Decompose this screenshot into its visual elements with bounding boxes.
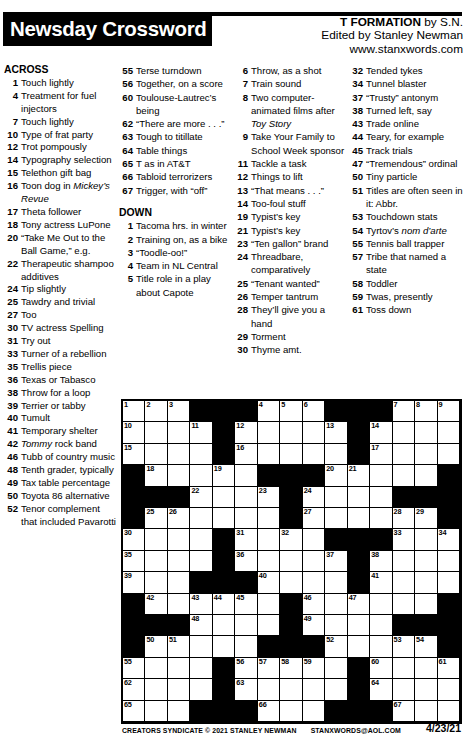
- grid-cell[interactable]: [325, 572, 347, 593]
- cell-number: 52: [326, 636, 334, 645]
- grid-cell[interactable]: [213, 615, 235, 636]
- across-header: ACROSS: [4, 64, 116, 77]
- grid-cell-black: [348, 701, 370, 722]
- grid-cell[interactable]: 51: [168, 636, 190, 657]
- grid-cell[interactable]: [370, 508, 392, 529]
- grid-cell[interactable]: [168, 701, 190, 722]
- cell-number: 58: [281, 658, 289, 667]
- grid-cell[interactable]: [213, 636, 235, 657]
- grid-cell[interactable]: [393, 551, 415, 572]
- grid-cell[interactable]: [235, 508, 257, 529]
- grid-cell-black: [370, 401, 392, 422]
- grid-cell[interactable]: 10: [123, 422, 145, 443]
- grid-cell[interactable]: 45: [235, 594, 257, 615]
- grid-cell[interactable]: 61: [438, 658, 460, 679]
- grid-cell[interactable]: 31: [235, 529, 257, 550]
- grid-cell[interactable]: 35: [123, 551, 145, 572]
- grid-cell[interactable]: 7: [393, 401, 415, 422]
- grid-cell-black: [123, 508, 145, 529]
- clue-text: Tribe that named a state: [366, 250, 463, 277]
- grid-cell-black: [280, 594, 302, 615]
- clue-across-66: 66Tabloid terrorizers: [119, 170, 231, 183]
- grid-cell[interactable]: [415, 551, 437, 572]
- grid-cell[interactable]: 46: [303, 594, 325, 615]
- grid-cell[interactable]: [393, 594, 415, 615]
- clue-down-59: 59Twas, presently: [349, 290, 463, 303]
- clue-number: 4: [119, 259, 136, 272]
- down-header: DOWN: [119, 206, 231, 219]
- grid-cell[interactable]: [370, 465, 392, 486]
- clue-text: Too-foul stuff: [251, 197, 346, 210]
- cell-number: 32: [281, 529, 289, 538]
- grid-cell-black: [168, 487, 190, 508]
- grid-cell[interactable]: 67: [393, 701, 415, 722]
- grid-cell[interactable]: 29: [415, 508, 437, 529]
- grid-cell[interactable]: [438, 701, 460, 722]
- clue-down-11: 11Tackle a task: [234, 157, 346, 170]
- grid-cell[interactable]: [325, 658, 347, 679]
- clue-text: Take Your Family to School Week sponsor: [251, 130, 346, 157]
- grid-cell[interactable]: [190, 529, 212, 550]
- clue-down-24: 24Threadbare, comparatively: [234, 250, 346, 277]
- clue-number: 53: [349, 210, 366, 223]
- clue-text: Tended tykes: [366, 64, 463, 77]
- clue-down-30: 30Thyme amt.: [234, 343, 346, 356]
- grid-cell[interactable]: 30: [123, 529, 145, 550]
- grid-cell[interactable]: 18: [145, 465, 167, 486]
- clue-text: Table things: [136, 144, 231, 157]
- clue-number: 65: [119, 157, 136, 170]
- clue-across-63: 63Tough to titillate: [119, 130, 231, 143]
- grid-cell[interactable]: [325, 444, 347, 465]
- grid-cell[interactable]: 1: [123, 401, 145, 422]
- grid-cell[interactable]: [168, 679, 190, 700]
- clue-down-43: 43Trade online: [349, 117, 463, 130]
- grid-cell[interactable]: 14: [370, 422, 392, 443]
- grid-cell[interactable]: 58: [280, 658, 302, 679]
- clue-text: Temper tantrum: [251, 290, 346, 303]
- grid-cell[interactable]: 25: [145, 508, 167, 529]
- clue-text: Touch lightly: [21, 116, 116, 129]
- grid-cell[interactable]: [213, 487, 235, 508]
- clue-across-62: 62“There are more . . .”: [119, 117, 231, 130]
- grid-cell[interactable]: 21: [348, 465, 370, 486]
- grid-cell[interactable]: [168, 594, 190, 615]
- grid-cell[interactable]: 4: [258, 401, 280, 422]
- clue-down-19: 19Typist’s key: [234, 210, 346, 223]
- cell-number: 4: [259, 401, 263, 410]
- grid-cell[interactable]: [280, 444, 302, 465]
- grid-cell[interactable]: 11: [190, 422, 212, 443]
- clue-across-46: 46Tubb of country music: [4, 451, 116, 464]
- clue-number: 21: [234, 224, 251, 237]
- grid-cell[interactable]: [168, 658, 190, 679]
- grid-cell[interactable]: [393, 465, 415, 486]
- cell-number: 53: [394, 636, 402, 645]
- cell-number: 61: [439, 658, 447, 667]
- grid-cell[interactable]: 59: [303, 658, 325, 679]
- masthead-title: Newsday Crossword: [10, 17, 207, 40]
- grid-cell[interactable]: [438, 679, 460, 700]
- clue-across-67: 67Trigger, with “off”: [119, 184, 231, 197]
- grid-cell[interactable]: 34: [438, 529, 460, 550]
- grid-cell[interactable]: 3: [168, 401, 190, 422]
- grid-cell[interactable]: 16: [235, 444, 257, 465]
- grid-cell-black: [190, 401, 212, 422]
- clue-text: Tax table percentage: [21, 477, 116, 490]
- cell-number: 19: [214, 465, 222, 474]
- cell-number: 24: [304, 487, 312, 496]
- grid-cell[interactable]: [145, 658, 167, 679]
- grid-cell[interactable]: [190, 551, 212, 572]
- clue-across-30: 30TV actress Spelling: [4, 322, 116, 335]
- grid-cell[interactable]: 40: [258, 572, 280, 593]
- grid-cell[interactable]: [348, 636, 370, 657]
- clue-number: 14: [4, 154, 21, 167]
- clue-number: 67: [119, 184, 136, 197]
- grid-cell[interactable]: 48: [190, 615, 212, 636]
- clue-across-60: 60Toulouse-Lautrec’s being: [119, 91, 231, 118]
- clue-number: 43: [349, 117, 366, 130]
- grid-cell[interactable]: [258, 422, 280, 443]
- clue-number: 12: [4, 141, 21, 154]
- grid-cell[interactable]: [438, 422, 460, 443]
- grid-cell[interactable]: [145, 529, 167, 550]
- clue-number: 23: [234, 237, 251, 250]
- clue-number: 22: [4, 258, 21, 284]
- grid-cell[interactable]: 17: [370, 444, 392, 465]
- grid-cell[interactable]: [258, 679, 280, 700]
- grid-cell[interactable]: [438, 572, 460, 593]
- clue-across-14: 14Typography selection: [4, 154, 116, 167]
- clue-across-22: 22Therapeutic shampoo additives: [4, 258, 116, 284]
- grid-cell[interactable]: [258, 508, 280, 529]
- grid-cell[interactable]: [415, 594, 437, 615]
- grid-cell[interactable]: [325, 508, 347, 529]
- cell-number: 26: [169, 508, 177, 517]
- clue-number: 25: [234, 277, 251, 290]
- grid-cell[interactable]: [303, 422, 325, 443]
- grid-cell[interactable]: 39: [123, 572, 145, 593]
- cell-number: 64: [371, 679, 379, 688]
- clue-down-25: 25“Tenant wanted”: [234, 277, 346, 290]
- grid-cell[interactable]: [370, 615, 392, 636]
- cell-number: 36: [236, 551, 244, 560]
- grid-cell[interactable]: [235, 465, 257, 486]
- grid-cell[interactable]: [280, 551, 302, 572]
- clue-number: 61: [349, 303, 366, 316]
- clue-text: Titles are often seen in it: Abbr.: [366, 184, 463, 211]
- grid-cell[interactable]: [280, 422, 302, 443]
- clue-number: 8: [234, 91, 251, 131]
- grid-cell[interactable]: [258, 594, 280, 615]
- grid-cell-black: [145, 615, 167, 636]
- grid-cell[interactable]: [393, 679, 415, 700]
- clue-number: 30: [234, 343, 251, 356]
- grid-cell[interactable]: 5: [280, 401, 302, 422]
- clue-across-12: 12Trot pompously: [4, 141, 116, 154]
- grid-cell[interactable]: 37: [325, 551, 347, 572]
- grid-cell[interactable]: 9: [438, 401, 460, 422]
- grid-cell[interactable]: [415, 658, 437, 679]
- clue-across-25: 25Tawdry and trivial: [4, 296, 116, 309]
- clue-number: 24: [234, 250, 251, 277]
- clue-across-31: 31Try out: [4, 335, 116, 348]
- grid-cell[interactable]: [415, 701, 437, 722]
- grid-cell-black: [415, 615, 437, 636]
- grid-cell[interactable]: [190, 465, 212, 486]
- grid-cell[interactable]: [280, 572, 302, 593]
- grid-cell[interactable]: [145, 422, 167, 443]
- grid-cell[interactable]: [393, 422, 415, 443]
- grid-cell[interactable]: [370, 487, 392, 508]
- grid-cell[interactable]: [325, 594, 347, 615]
- grid-cell[interactable]: [348, 508, 370, 529]
- grid-cell[interactable]: [303, 444, 325, 465]
- grid-cell[interactable]: [258, 551, 280, 572]
- clue-number: 35: [4, 361, 21, 374]
- grid-cell[interactable]: 63: [235, 679, 257, 700]
- grid-cell-black: [348, 658, 370, 679]
- clue-number: 20: [4, 232, 21, 258]
- grid-cell[interactable]: 19: [213, 465, 235, 486]
- grid-cell[interactable]: 53: [393, 636, 415, 657]
- clue-text: TV actress Spelling: [21, 322, 116, 335]
- cell-number: 65: [124, 701, 132, 710]
- grid-cell[interactable]: 15: [123, 444, 145, 465]
- grid-cell[interactable]: [258, 529, 280, 550]
- grid-cell-black: [235, 572, 257, 593]
- puzzle-byline: by S.N.: [421, 15, 463, 29]
- grid-cell[interactable]: [415, 679, 437, 700]
- grid-cell[interactable]: 32: [280, 529, 302, 550]
- clue-across-27: 27Too: [4, 309, 116, 322]
- grid-cell[interactable]: [280, 701, 302, 722]
- grid-cell[interactable]: [325, 487, 347, 508]
- grid-cell[interactable]: [168, 444, 190, 465]
- grid-cell[interactable]: [145, 572, 167, 593]
- grid-cell[interactable]: 65: [123, 701, 145, 722]
- cell-number: 42: [146, 594, 154, 603]
- grid-cell-black: [348, 422, 370, 443]
- grid-cell[interactable]: [393, 444, 415, 465]
- clue-text: Toddler: [366, 277, 463, 290]
- grid-cell-black: [348, 679, 370, 700]
- grid-cell[interactable]: 13: [325, 422, 347, 443]
- clue-column-down-1: 6Throw, as a shot7Train sound8Two comput…: [234, 64, 346, 397]
- clue-text: Tiny particle: [366, 170, 463, 183]
- cell-number: 6: [304, 401, 308, 410]
- grid-cell[interactable]: 44: [213, 594, 235, 615]
- grid-cell[interactable]: [190, 636, 212, 657]
- grid-cell[interactable]: 20: [325, 465, 347, 486]
- clue-across-56: 56Together, on a score: [119, 77, 231, 90]
- cell-number: 45: [236, 594, 244, 603]
- clue-across-64: 64Table things: [119, 144, 231, 157]
- grid-cell-black: [213, 444, 235, 465]
- cell-number: 44: [214, 594, 222, 603]
- grid-cell[interactable]: [168, 529, 190, 550]
- grid-cell[interactable]: [258, 615, 280, 636]
- clue-down-51: 51Titles are often seen in it: Abbr.: [349, 184, 463, 211]
- clue-number: 30: [4, 322, 21, 335]
- grid-cell[interactable]: [145, 551, 167, 572]
- grid-cell[interactable]: [415, 422, 437, 443]
- grid-cell-black: [168, 615, 190, 636]
- clue-number: 17: [4, 206, 21, 219]
- grid-cell[interactable]: 60: [370, 658, 392, 679]
- grid-cell[interactable]: 50: [145, 636, 167, 657]
- grid-cell[interactable]: 41: [370, 572, 392, 593]
- clue-down-4: 4Team in NL Central: [119, 259, 231, 272]
- grid-cell[interactable]: [190, 658, 212, 679]
- grid-cell[interactable]: [438, 444, 460, 465]
- grid-cell[interactable]: [235, 487, 257, 508]
- grid-cell[interactable]: [348, 615, 370, 636]
- clue-down-5: 5Title role in a play about Capote: [119, 272, 231, 299]
- grid-cell[interactable]: [235, 636, 257, 657]
- grid-cell[interactable]: 54: [415, 636, 437, 657]
- grid-cell[interactable]: 57: [258, 658, 280, 679]
- clue-number: 38: [349, 104, 366, 117]
- grid-cell[interactable]: [303, 701, 325, 722]
- grid-cell[interactable]: 43: [190, 594, 212, 615]
- grid-cell[interactable]: [145, 701, 167, 722]
- clue-number: 39: [4, 400, 21, 413]
- clue-down-28: 28They’ll give you a hand: [234, 303, 346, 330]
- clue-text: Type of frat party: [21, 129, 116, 142]
- grid-cell[interactable]: 8: [415, 401, 437, 422]
- grid-cell[interactable]: 2: [145, 401, 167, 422]
- clue-down-6: 6Throw, as a shot: [234, 64, 346, 77]
- grid-cell[interactable]: [303, 529, 325, 550]
- grid-cell[interactable]: 28: [393, 508, 415, 529]
- clue-number: 36: [4, 374, 21, 387]
- grid-cell-black: [213, 422, 235, 443]
- grid-cell[interactable]: [370, 594, 392, 615]
- grid-cell[interactable]: 49: [303, 615, 325, 636]
- grid-cell[interactable]: [145, 679, 167, 700]
- grid-cell[interactable]: [303, 551, 325, 572]
- clue-number: 62: [119, 117, 136, 130]
- clue-number: 5: [119, 272, 136, 299]
- clue-number: 4: [4, 90, 21, 116]
- grid-cell[interactable]: 52: [325, 636, 347, 657]
- grid-cell[interactable]: 55: [123, 658, 145, 679]
- grid-cell[interactable]: [370, 636, 392, 657]
- grid-cell[interactable]: [415, 572, 437, 593]
- grid-cell-black: [213, 679, 235, 700]
- grid-cell-black: [213, 658, 235, 679]
- grid-cell[interactable]: 12: [235, 422, 257, 443]
- grid-cell[interactable]: [348, 487, 370, 508]
- clue-text: Throw, as a shot: [251, 64, 346, 77]
- grid-cell[interactable]: [258, 444, 280, 465]
- grid-cell[interactable]: 22: [190, 487, 212, 508]
- clue-column-mixed: 55Terse turndown56Together, on a score60…: [119, 64, 231, 397]
- grid-cell[interactable]: [415, 465, 437, 486]
- grid-cell[interactable]: [190, 508, 212, 529]
- cell-number: 3: [169, 401, 173, 410]
- grid-cell[interactable]: [438, 551, 460, 572]
- grid-cell[interactable]: [168, 465, 190, 486]
- grid-cell[interactable]: 36: [235, 551, 257, 572]
- grid-cell[interactable]: 27: [303, 508, 325, 529]
- clue-text: Tony actress LuPone: [21, 219, 116, 232]
- grid-cell[interactable]: [235, 615, 257, 636]
- grid-cell[interactable]: [280, 679, 302, 700]
- grid-cell[interactable]: [325, 679, 347, 700]
- clue-number: 50: [349, 170, 366, 183]
- crossword-grid: 1234567891011121314151617181920212223242…: [121, 399, 462, 724]
- clue-text: Throw for a loop: [21, 387, 116, 400]
- grid-cell[interactable]: 42: [145, 594, 167, 615]
- grid-cell[interactable]: 38: [370, 551, 392, 572]
- grid-cell[interactable]: 6: [303, 401, 325, 422]
- grid-cell[interactable]: 23: [258, 487, 280, 508]
- grid-cell[interactable]: [213, 508, 235, 529]
- grid-cell[interactable]: [303, 679, 325, 700]
- grid-cell[interactable]: [393, 658, 415, 679]
- clue-across-41: 41Temporary shelter: [4, 425, 116, 438]
- grid-cell-black: [370, 701, 392, 722]
- clue-down-3: 3“Toodle-oo!”: [119, 246, 231, 259]
- clue-number: 63: [119, 130, 136, 143]
- grid-cell[interactable]: 24: [303, 487, 325, 508]
- grid-cell[interactable]: [168, 572, 190, 593]
- cell-number: 66: [259, 701, 267, 710]
- grid-cell-black: [213, 551, 235, 572]
- grid-cell[interactable]: 47: [348, 594, 370, 615]
- grid-cell[interactable]: [168, 422, 190, 443]
- grid-cell[interactable]: [415, 529, 437, 550]
- clue-number: 54: [349, 224, 366, 237]
- grid-cell[interactable]: [168, 551, 190, 572]
- grid-cell[interactable]: [393, 572, 415, 593]
- grid-cell[interactable]: 62: [123, 679, 145, 700]
- grid-cell[interactable]: [303, 572, 325, 593]
- clue-text: “Take Me Out to the Ball Game,” e.g.: [21, 232, 116, 258]
- clue-number: 3: [119, 246, 136, 259]
- clue-number: 50: [4, 490, 21, 503]
- grid-cell-black: [370, 529, 392, 550]
- grid-cell[interactable]: 64: [370, 679, 392, 700]
- cell-number: 50: [146, 636, 154, 645]
- cell-number: 31: [236, 529, 244, 538]
- grid-cell-black: [123, 465, 145, 486]
- grid-cell-black: [393, 487, 415, 508]
- clue-down-1: 1Tacoma hrs. in winter: [119, 219, 231, 232]
- grid-cell[interactable]: 56: [235, 658, 257, 679]
- clue-text: Telethon gift bag: [21, 167, 116, 180]
- clue-column-across: ACROSS1Touch lightly4Treatment for fuel …: [4, 64, 116, 748]
- grid-cell[interactable]: [190, 444, 212, 465]
- grid-cell[interactable]: [190, 679, 212, 700]
- clue-number: 58: [349, 277, 366, 290]
- grid-cell[interactable]: [415, 444, 437, 465]
- grid-cell[interactable]: [145, 444, 167, 465]
- clue-text: Therapeutic shampoo additives: [21, 258, 116, 284]
- grid-cell[interactable]: [325, 615, 347, 636]
- grid-cell[interactable]: 26: [168, 508, 190, 529]
- clue-text: “That means . . .”: [251, 184, 346, 197]
- grid-cell[interactable]: 66: [258, 701, 280, 722]
- clue-text: Tawdry and trivial: [21, 296, 116, 309]
- grid-cell[interactable]: 33: [393, 529, 415, 550]
- cell-number: 43: [191, 594, 199, 603]
- puzzle-title: T FORMATION: [340, 15, 421, 29]
- puzzle-website: www.stanxwords.com: [321, 43, 463, 56]
